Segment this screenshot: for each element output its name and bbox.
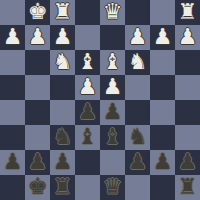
square-c3[interactable]: ♞ (125, 50, 150, 75)
square-b4[interactable] (150, 75, 175, 100)
white-pawn-piece[interactable]: ♟ (53, 26, 73, 48)
white-bishop-piece[interactable]: ♝ (103, 51, 123, 73)
square-f1[interactable]: ♜ (50, 0, 75, 25)
white-pawn-piece[interactable]: ♟ (178, 26, 198, 48)
black-pawn-piece[interactable]: ♟ (3, 151, 23, 173)
square-b3[interactable] (150, 50, 175, 75)
square-a4[interactable] (175, 75, 200, 100)
square-c2[interactable]: ♟ (125, 25, 150, 50)
white-pawn-piece[interactable]: ♟ (103, 76, 123, 98)
square-c7[interactable]: ♟ (125, 150, 150, 175)
black-pawn-piece[interactable]: ♟ (178, 151, 198, 173)
white-pawn-piece[interactable]: ♟ (128, 26, 148, 48)
square-g5[interactable] (25, 100, 50, 125)
square-g8[interactable]: ♚ (25, 175, 50, 200)
square-h4[interactable] (0, 75, 25, 100)
white-bishop-piece[interactable]: ♝ (78, 51, 98, 73)
square-e8[interactable] (75, 175, 100, 200)
black-pawn-piece[interactable]: ♟ (53, 151, 73, 173)
white-queen-piece[interactable]: ♛ (103, 1, 123, 23)
white-pawn-piece[interactable]: ♟ (28, 26, 48, 48)
square-d5[interactable]: ♟ (100, 100, 125, 125)
black-queen-piece[interactable]: ♛ (103, 176, 123, 198)
square-d4[interactable]: ♟ (100, 75, 125, 100)
square-e5[interactable]: ♟ (75, 100, 100, 125)
square-b5[interactable] (150, 100, 175, 125)
square-a5[interactable] (175, 100, 200, 125)
square-h6[interactable] (0, 125, 25, 150)
square-a3[interactable] (175, 50, 200, 75)
square-a6[interactable] (175, 125, 200, 150)
square-a8[interactable]: ♜ (175, 175, 200, 200)
black-pawn-piece[interactable]: ♟ (28, 151, 48, 173)
square-d8[interactable]: ♛ (100, 175, 125, 200)
square-f8[interactable]: ♜ (50, 175, 75, 200)
square-g7[interactable]: ♟ (25, 150, 50, 175)
square-d1[interactable]: ♛ (100, 0, 125, 25)
square-g4[interactable] (25, 75, 50, 100)
black-rook-piece[interactable]: ♜ (178, 176, 198, 198)
black-pawn-piece[interactable]: ♟ (103, 101, 123, 123)
white-pawn-piece[interactable]: ♟ (153, 26, 173, 48)
black-knight-piece[interactable]: ♞ (53, 126, 73, 148)
square-f6[interactable]: ♞ (50, 125, 75, 150)
square-b1[interactable] (150, 0, 175, 25)
square-h8[interactable] (0, 175, 25, 200)
square-c6[interactable]: ♞ (125, 125, 150, 150)
black-knight-piece[interactable]: ♞ (128, 126, 148, 148)
square-d7[interactable] (100, 150, 125, 175)
white-knight-piece[interactable]: ♞ (53, 51, 73, 73)
square-c4[interactable] (125, 75, 150, 100)
square-g2[interactable]: ♟ (25, 25, 50, 50)
square-e7[interactable] (75, 150, 100, 175)
black-king-piece[interactable]: ♚ (28, 176, 48, 198)
white-king-piece[interactable]: ♚ (28, 1, 48, 23)
square-b7[interactable]: ♟ (150, 150, 175, 175)
square-c8[interactable] (125, 175, 150, 200)
square-b6[interactable] (150, 125, 175, 150)
square-h7[interactable]: ♟ (0, 150, 25, 175)
black-bishop-piece[interactable]: ♝ (78, 126, 98, 148)
black-rook-piece[interactable]: ♜ (53, 176, 73, 198)
square-e1[interactable] (75, 0, 100, 25)
square-h3[interactable] (0, 50, 25, 75)
square-f4[interactable] (50, 75, 75, 100)
square-f5[interactable] (50, 100, 75, 125)
square-f2[interactable]: ♟ (50, 25, 75, 50)
square-f7[interactable]: ♟ (50, 150, 75, 175)
black-pawn-piece[interactable]: ♟ (128, 151, 148, 173)
square-d6[interactable]: ♝ (100, 125, 125, 150)
white-rook-piece[interactable]: ♜ (178, 1, 198, 23)
square-c5[interactable] (125, 100, 150, 125)
square-h5[interactable] (0, 100, 25, 125)
square-e4[interactable]: ♟ (75, 75, 100, 100)
square-c1[interactable] (125, 0, 150, 25)
square-h2[interactable]: ♟ (0, 25, 25, 50)
square-e3[interactable]: ♝ (75, 50, 100, 75)
white-pawn-piece[interactable]: ♟ (78, 76, 98, 98)
square-a1[interactable]: ♜ (175, 0, 200, 25)
square-e6[interactable]: ♝ (75, 125, 100, 150)
square-b8[interactable] (150, 175, 175, 200)
square-d2[interactable] (100, 25, 125, 50)
white-rook-piece[interactable]: ♜ (53, 1, 73, 23)
square-h1[interactable] (0, 0, 25, 25)
white-knight-piece[interactable]: ♞ (128, 51, 148, 73)
square-a7[interactable]: ♟ (175, 150, 200, 175)
white-pawn-piece[interactable]: ♟ (3, 26, 23, 48)
square-d3[interactable]: ♝ (100, 50, 125, 75)
square-f3[interactable]: ♞ (50, 50, 75, 75)
square-g3[interactable] (25, 50, 50, 75)
square-e2[interactable] (75, 25, 100, 50)
black-pawn-piece[interactable]: ♟ (153, 151, 173, 173)
chess-board: ♚♜♛♜♟♟♟♟♟♟♞♝♝♞♟♟♟♟♞♝♝♞♟♟♟♟♟♟♚♜♛♜ (0, 0, 200, 200)
square-b2[interactable]: ♟ (150, 25, 175, 50)
square-a2[interactable]: ♟ (175, 25, 200, 50)
black-pawn-piece[interactable]: ♟ (78, 101, 98, 123)
square-g6[interactable] (25, 125, 50, 150)
square-g1[interactable]: ♚ (25, 0, 50, 25)
black-bishop-piece[interactable]: ♝ (103, 126, 123, 148)
